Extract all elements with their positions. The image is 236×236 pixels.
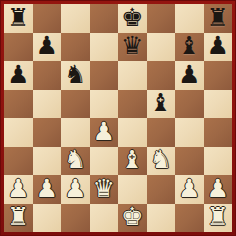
square-h5[interactable] bbox=[204, 90, 233, 119]
square-e2[interactable] bbox=[118, 175, 147, 204]
square-g2[interactable]: ♟ bbox=[175, 175, 204, 204]
square-b6[interactable] bbox=[33, 61, 62, 90]
piece-white-knight[interactable]: ♞ bbox=[64, 147, 86, 172]
square-h6[interactable] bbox=[204, 61, 233, 90]
piece-white-pawn[interactable]: ♟ bbox=[178, 176, 200, 201]
piece-white-pawn[interactable]: ♟ bbox=[7, 176, 29, 201]
square-c2[interactable]: ♟ bbox=[61, 175, 90, 204]
chess-board: ♜♚♜♟♛♝♟♟♞♟♝♟♞♝♞♟♟♟♛♟♟♜♚♜ bbox=[4, 4, 232, 232]
piece-white-pawn[interactable]: ♟ bbox=[36, 176, 58, 201]
square-g1[interactable] bbox=[175, 204, 204, 233]
square-f6[interactable] bbox=[147, 61, 176, 90]
square-d8[interactable] bbox=[90, 4, 119, 33]
board-frame: ♜♚♜♟♛♝♟♟♞♟♝♟♞♝♞♟♟♟♛♟♟♜♚♜ bbox=[0, 0, 236, 236]
piece-black-bishop[interactable]: ♝ bbox=[178, 33, 200, 58]
square-e4[interactable] bbox=[118, 118, 147, 147]
square-f4[interactable] bbox=[147, 118, 176, 147]
square-h7[interactable]: ♟ bbox=[204, 33, 233, 62]
square-e1[interactable]: ♚ bbox=[118, 204, 147, 233]
square-c1[interactable] bbox=[61, 204, 90, 233]
piece-black-queen[interactable]: ♛ bbox=[121, 33, 143, 58]
square-d3[interactable] bbox=[90, 147, 119, 176]
square-c8[interactable] bbox=[61, 4, 90, 33]
square-c4[interactable] bbox=[61, 118, 90, 147]
piece-black-pawn[interactable]: ♟ bbox=[178, 62, 200, 87]
square-f3[interactable]: ♞ bbox=[147, 147, 176, 176]
square-b5[interactable] bbox=[33, 90, 62, 119]
square-b2[interactable]: ♟ bbox=[33, 175, 62, 204]
piece-white-knight[interactable]: ♞ bbox=[150, 147, 172, 172]
square-e7[interactable]: ♛ bbox=[118, 33, 147, 62]
piece-white-pawn[interactable]: ♟ bbox=[93, 119, 115, 144]
piece-white-bishop[interactable]: ♝ bbox=[121, 147, 143, 172]
square-g7[interactable]: ♝ bbox=[175, 33, 204, 62]
piece-white-pawn[interactable]: ♟ bbox=[207, 176, 229, 201]
square-e3[interactable]: ♝ bbox=[118, 147, 147, 176]
square-b8[interactable] bbox=[33, 4, 62, 33]
square-f5[interactable]: ♝ bbox=[147, 90, 176, 119]
piece-black-knight[interactable]: ♞ bbox=[64, 62, 86, 87]
square-g8[interactable] bbox=[175, 4, 204, 33]
piece-black-king[interactable]: ♚ bbox=[121, 5, 143, 30]
square-a2[interactable]: ♟ bbox=[4, 175, 33, 204]
square-b7[interactable]: ♟ bbox=[33, 33, 62, 62]
square-a7[interactable] bbox=[4, 33, 33, 62]
piece-white-rook[interactable]: ♜ bbox=[207, 204, 229, 229]
square-h3[interactable] bbox=[204, 147, 233, 176]
square-g5[interactable] bbox=[175, 90, 204, 119]
square-f2[interactable] bbox=[147, 175, 176, 204]
square-d4[interactable]: ♟ bbox=[90, 118, 119, 147]
square-h1[interactable]: ♜ bbox=[204, 204, 233, 233]
piece-white-queen[interactable]: ♛ bbox=[93, 176, 115, 201]
square-b3[interactable] bbox=[33, 147, 62, 176]
square-g3[interactable] bbox=[175, 147, 204, 176]
piece-black-bishop[interactable]: ♝ bbox=[150, 90, 172, 115]
piece-white-king[interactable]: ♚ bbox=[121, 204, 143, 229]
square-f8[interactable] bbox=[147, 4, 176, 33]
square-e8[interactable]: ♚ bbox=[118, 4, 147, 33]
square-a1[interactable]: ♜ bbox=[4, 204, 33, 233]
square-a5[interactable] bbox=[4, 90, 33, 119]
piece-black-pawn[interactable]: ♟ bbox=[7, 62, 29, 87]
piece-black-pawn[interactable]: ♟ bbox=[36, 33, 58, 58]
square-h8[interactable]: ♜ bbox=[204, 4, 233, 33]
square-a4[interactable] bbox=[4, 118, 33, 147]
square-h4[interactable] bbox=[204, 118, 233, 147]
square-c5[interactable] bbox=[61, 90, 90, 119]
square-b1[interactable] bbox=[33, 204, 62, 233]
square-d5[interactable] bbox=[90, 90, 119, 119]
square-d7[interactable] bbox=[90, 33, 119, 62]
square-d6[interactable] bbox=[90, 61, 119, 90]
piece-white-rook[interactable]: ♜ bbox=[7, 204, 29, 229]
piece-black-pawn[interactable]: ♟ bbox=[207, 33, 229, 58]
piece-black-rook[interactable]: ♜ bbox=[7, 5, 29, 30]
piece-white-pawn[interactable]: ♟ bbox=[64, 176, 86, 201]
square-c3[interactable]: ♞ bbox=[61, 147, 90, 176]
square-e5[interactable] bbox=[118, 90, 147, 119]
square-f1[interactable] bbox=[147, 204, 176, 233]
piece-black-rook[interactable]: ♜ bbox=[207, 5, 229, 30]
square-d2[interactable]: ♛ bbox=[90, 175, 119, 204]
square-a6[interactable]: ♟ bbox=[4, 61, 33, 90]
square-f7[interactable] bbox=[147, 33, 176, 62]
square-c6[interactable]: ♞ bbox=[61, 61, 90, 90]
square-a8[interactable]: ♜ bbox=[4, 4, 33, 33]
square-c7[interactable] bbox=[61, 33, 90, 62]
square-a3[interactable] bbox=[4, 147, 33, 176]
square-d1[interactable] bbox=[90, 204, 119, 233]
square-e6[interactable] bbox=[118, 61, 147, 90]
square-h2[interactable]: ♟ bbox=[204, 175, 233, 204]
square-g4[interactable] bbox=[175, 118, 204, 147]
square-b4[interactable] bbox=[33, 118, 62, 147]
square-g6[interactable]: ♟ bbox=[175, 61, 204, 90]
